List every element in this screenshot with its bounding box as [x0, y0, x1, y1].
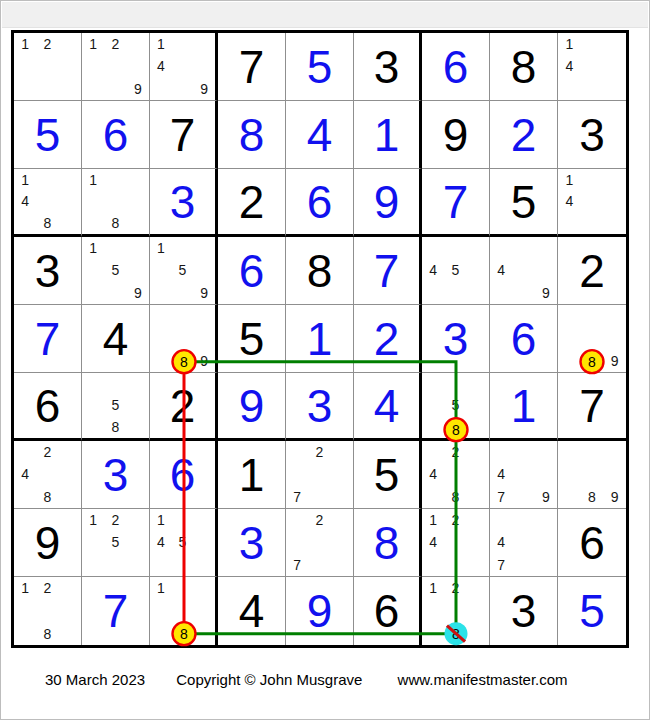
- cell-r2c5[interactable]: 4: [286, 101, 354, 169]
- digit: 3: [14, 237, 81, 304]
- pencil-mark: 8: [444, 416, 466, 438]
- pencil-mark: 2: [308, 509, 330, 531]
- digit: 6: [150, 441, 215, 508]
- pencil-mark: 4: [422, 463, 444, 485]
- digit: 1: [490, 373, 557, 438]
- pencil-mark: 4: [14, 463, 36, 485]
- pencil-mark: 4: [490, 531, 512, 553]
- digit: 3: [218, 509, 285, 576]
- cell-r3c4[interactable]: 2: [218, 169, 286, 237]
- cell-r4c4[interactable]: 6: [218, 237, 286, 305]
- cell-r3c2[interactable]: 18: [82, 169, 150, 237]
- digit: 4: [354, 373, 419, 438]
- digit: 2: [218, 169, 285, 234]
- cell-r1c2[interactable]: 129: [82, 33, 150, 101]
- pencil-mark: 8: [581, 350, 604, 372]
- pencil-mark: 2: [444, 577, 466, 600]
- pencil-mark: 4: [422, 259, 444, 281]
- cell-r3c3[interactable]: 3: [150, 169, 218, 237]
- cell-r1c1[interactable]: 12: [14, 33, 82, 101]
- digit: 4: [82, 305, 149, 372]
- cell-r2c2[interactable]: 6: [82, 101, 150, 169]
- pencil-mark: 8: [172, 350, 194, 372]
- cell-r7c9[interactable]: 89: [558, 441, 626, 509]
- digit: 9: [14, 509, 81, 576]
- pencil-mark: 1: [150, 509, 172, 531]
- sudoku-board: 1212914975368145678419231481832697514315…: [11, 30, 629, 648]
- digit: 2: [150, 373, 215, 438]
- cell-r7c5[interactable]: 27: [286, 441, 354, 509]
- pencil-mark: 8: [444, 486, 466, 508]
- pencil-mark: 9: [127, 282, 149, 304]
- cell-r6c1[interactable]: 6: [14, 373, 82, 441]
- digit: 6: [286, 169, 353, 234]
- sudoku-app-page: 1212914975368145678419231481832697514315…: [0, 0, 650, 720]
- cell-r7c2[interactable]: 3: [82, 441, 150, 509]
- pencil-mark: 4: [558, 55, 581, 77]
- digit: 4: [218, 577, 285, 645]
- cell-r5c4[interactable]: 5: [218, 305, 286, 373]
- cell-r7c4[interactable]: 1: [218, 441, 286, 509]
- pencil-mark: 9: [603, 350, 626, 372]
- digit: 2: [490, 101, 557, 168]
- cell-r7c6[interactable]: 5: [354, 441, 422, 509]
- pencil-mark: 2: [104, 509, 126, 531]
- cell-r5c5[interactable]: 1: [286, 305, 354, 373]
- cell-r5c9[interactable]: 89: [558, 305, 626, 373]
- pencil-mark: 9: [127, 78, 149, 100]
- cell-r2c8[interactable]: 2: [490, 101, 558, 169]
- digit: 7: [82, 577, 149, 645]
- pencil-mark: 1: [422, 577, 444, 600]
- digit: 1: [286, 305, 353, 372]
- cell-r9c5[interactable]: 9: [286, 577, 354, 645]
- pencil-mark: 8: [104, 416, 126, 438]
- pencil-mark: 9: [535, 486, 557, 508]
- pencil-mark: 8: [444, 622, 466, 645]
- cell-r5c3[interactable]: 89: [150, 305, 218, 373]
- pencil-mark: 2: [444, 509, 466, 531]
- cell-r6c2[interactable]: 58: [82, 373, 150, 441]
- pencil-mark: 4: [558, 191, 581, 213]
- cell-r1c7[interactable]: 6: [422, 33, 490, 101]
- pencil-mark: 1: [82, 237, 104, 259]
- pencil-mark: 1: [14, 577, 36, 600]
- digit: 3: [422, 305, 489, 372]
- cell-r5c7[interactable]: 3: [422, 305, 490, 373]
- digit: 3: [150, 169, 215, 234]
- digit: 4: [286, 101, 353, 168]
- cell-r6c3[interactable]: 2: [150, 373, 218, 441]
- cell-r6c5[interactable]: 3: [286, 373, 354, 441]
- cell-r6c9[interactable]: 7: [558, 373, 626, 441]
- pencil-mark: 1: [82, 509, 104, 531]
- pencil-mark: 1: [14, 33, 36, 55]
- digit: 2: [354, 305, 419, 372]
- cell-r3c7[interactable]: 7: [422, 169, 490, 237]
- digit: 3: [558, 101, 626, 168]
- pencil-mark: 5: [444, 259, 466, 281]
- digit: 3: [490, 577, 557, 645]
- cell-r7c1[interactable]: 248: [14, 441, 82, 509]
- cell-r3c1[interactable]: 148: [14, 169, 82, 237]
- digit: 7: [558, 373, 626, 438]
- digit: 7: [354, 237, 419, 304]
- digit: 7: [150, 101, 215, 168]
- pencil-mark: 1: [82, 169, 104, 191]
- digit: 6: [218, 237, 285, 304]
- cell-r9c2[interactable]: 7: [82, 577, 150, 645]
- digit: 5: [14, 101, 81, 168]
- pencil-mark: 1: [558, 33, 581, 55]
- pencil-mark: 5: [172, 259, 194, 281]
- pencil-mark: 8: [36, 212, 58, 234]
- pencil-mark: 8: [36, 622, 58, 645]
- cell-r7c7[interactable]: 248: [422, 441, 490, 509]
- window-top-strip: [2, 2, 648, 28]
- cell-r1c3[interactable]: 149: [150, 33, 218, 101]
- footer-website: www.manifestmaster.com: [398, 671, 568, 688]
- digit: 6: [14, 373, 81, 438]
- digit: 3: [286, 373, 353, 438]
- pencil-mark: 5: [444, 395, 466, 417]
- cell-r2c3[interactable]: 7: [150, 101, 218, 169]
- digit: 9: [422, 101, 489, 168]
- cell-r1c8[interactable]: 8: [490, 33, 558, 101]
- cell-r4c9[interactable]: 2: [558, 237, 626, 305]
- pencil-mark: 4: [14, 191, 36, 213]
- cell-r9c1[interactable]: 128: [14, 577, 82, 645]
- digit: 6: [354, 577, 419, 645]
- cell-r8c7[interactable]: 124: [422, 509, 490, 577]
- pencil-mark: 1: [150, 237, 172, 259]
- cell-r9c3[interactable]: 18: [150, 577, 218, 645]
- pencil-mark: 7: [286, 486, 308, 508]
- cell-r4c6[interactable]: 7: [354, 237, 422, 305]
- digit: 9: [354, 169, 419, 234]
- pencil-mark: 4: [150, 55, 172, 77]
- pencil-mark: 8: [104, 212, 126, 234]
- cell-r2c1[interactable]: 5: [14, 101, 82, 169]
- pencil-mark: 8: [36, 486, 58, 508]
- digit: 5: [218, 305, 285, 372]
- cell-r1c9[interactable]: 14: [558, 33, 626, 101]
- cell-r4c7[interactable]: 45: [422, 237, 490, 305]
- digit: 5: [286, 33, 353, 100]
- pencil-mark: 9: [193, 78, 215, 100]
- cell-r3c6[interactable]: 9: [354, 169, 422, 237]
- cell-r4c1[interactable]: 3: [14, 237, 82, 305]
- digit: 2: [558, 237, 626, 304]
- pencil-mark: 7: [490, 486, 512, 508]
- pencil-mark: 5: [172, 531, 194, 553]
- cell-r2c6[interactable]: 1: [354, 101, 422, 169]
- pencil-mark: 4: [422, 531, 444, 553]
- cell-r6c7[interactable]: 58: [422, 373, 490, 441]
- cell-r8c1[interactable]: 9: [14, 509, 82, 577]
- cell-r8c2[interactable]: 125: [82, 509, 150, 577]
- digit: 5: [354, 441, 419, 508]
- pencil-mark: 4: [150, 531, 172, 553]
- cell-r4c3[interactable]: 159: [150, 237, 218, 305]
- digit: 3: [82, 441, 149, 508]
- pencil-mark: 5: [104, 395, 126, 417]
- pencil-mark: 2: [36, 33, 58, 55]
- cell-r5c1[interactable]: 7: [14, 305, 82, 373]
- digit: 8: [286, 237, 353, 304]
- pencil-mark: 1: [14, 169, 36, 191]
- digit: 1: [354, 101, 419, 168]
- cell-r3c8[interactable]: 5: [490, 169, 558, 237]
- pencil-mark: 9: [535, 282, 557, 304]
- cell-r4c2[interactable]: 159: [82, 237, 150, 305]
- pencil-mark: 1: [558, 169, 581, 191]
- pencil-mark: 8: [172, 622, 194, 645]
- pencil-mark: 7: [286, 554, 308, 576]
- pencil-mark: 1: [82, 33, 104, 55]
- digit: 9: [286, 577, 353, 645]
- pencil-mark: 1: [422, 509, 444, 531]
- pencil-mark: 2: [444, 441, 466, 463]
- footer: 30 March 2023 Copyright © John Musgrave …: [45, 671, 568, 688]
- pencil-mark: 7: [490, 554, 512, 576]
- cell-r8c6[interactable]: 8: [354, 509, 422, 577]
- cell-r9c4[interactable]: 4: [218, 577, 286, 645]
- digit: 6: [82, 101, 149, 168]
- cell-r8c4[interactable]: 3: [218, 509, 286, 577]
- digit: 6: [558, 509, 626, 576]
- pencil-mark: 1: [150, 33, 172, 55]
- cell-r7c3[interactable]: 6: [150, 441, 218, 509]
- digit: 6: [422, 33, 489, 100]
- cell-r8c3[interactable]: 145: [150, 509, 218, 577]
- pencil-mark: 9: [193, 282, 215, 304]
- pencil-mark: 2: [36, 577, 58, 600]
- digit: 3: [354, 33, 419, 100]
- digit: 5: [558, 577, 626, 645]
- cell-r8c5[interactable]: 27: [286, 509, 354, 577]
- cell-r4c8[interactable]: 49: [490, 237, 558, 305]
- cell-r3c9[interactable]: 14: [558, 169, 626, 237]
- cell-r4c5[interactable]: 8: [286, 237, 354, 305]
- cell-r1c5[interactable]: 5: [286, 33, 354, 101]
- pencil-mark: 5: [104, 259, 126, 281]
- footer-copyright: Copyright © John Musgrave: [176, 671, 362, 688]
- cell-r1c6[interactable]: 3: [354, 33, 422, 101]
- cell-r5c2[interactable]: 4: [82, 305, 150, 373]
- cell-r7c8[interactable]: 479: [490, 441, 558, 509]
- cell-r8c8[interactable]: 47: [490, 509, 558, 577]
- footer-date: 30 March 2023: [45, 671, 145, 688]
- pencil-mark: 5: [104, 531, 126, 553]
- digit: 5: [490, 169, 557, 234]
- digit: 7: [218, 33, 285, 100]
- cell-r2c9[interactable]: 3: [558, 101, 626, 169]
- cell-r2c4[interactable]: 8: [218, 101, 286, 169]
- pencil-mark: 9: [193, 350, 215, 372]
- pencil-mark: 4: [490, 463, 512, 485]
- digit: 1: [218, 441, 285, 508]
- cell-r3c5[interactable]: 6: [286, 169, 354, 237]
- digit: 7: [14, 305, 81, 372]
- cell-r9c8[interactable]: 3: [490, 577, 558, 645]
- digit: 8: [354, 509, 419, 576]
- cell-r6c8[interactable]: 1: [490, 373, 558, 441]
- cell-r9c9[interactable]: 5: [558, 577, 626, 645]
- cell-r5c6[interactable]: 2: [354, 305, 422, 373]
- cell-r5c8[interactable]: 6: [490, 305, 558, 373]
- pencil-mark: 8: [581, 486, 604, 508]
- cell-r1c4[interactable]: 7: [218, 33, 286, 101]
- pencil-mark: 1: [150, 577, 172, 600]
- pencil-mark: 2: [36, 441, 58, 463]
- cell-r9c7[interactable]: 128: [422, 577, 490, 645]
- digit: 8: [490, 33, 557, 100]
- digit: 6: [490, 305, 557, 372]
- pencil-mark: 4: [490, 259, 512, 281]
- cell-r8c9[interactable]: 6: [558, 509, 626, 577]
- pencil-mark: 2: [104, 33, 126, 55]
- digit: 8: [218, 101, 285, 168]
- pencil-mark: 9: [603, 486, 626, 508]
- cell-r2c7[interactable]: 9: [422, 101, 490, 169]
- digit: 9: [218, 373, 285, 438]
- cell-r6c6[interactable]: 4: [354, 373, 422, 441]
- pencil-mark: 2: [308, 441, 330, 463]
- cell-r6c4[interactable]: 9: [218, 373, 286, 441]
- cell-r9c6[interactable]: 6: [354, 577, 422, 645]
- digit: 7: [422, 169, 489, 234]
